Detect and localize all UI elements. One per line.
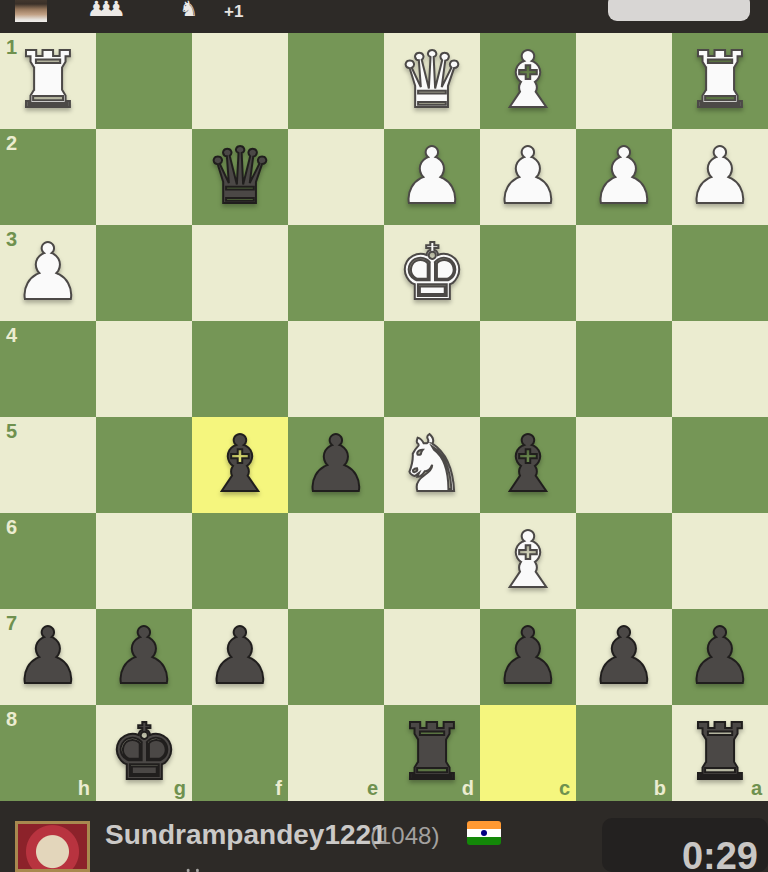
- file-label-e: e: [367, 777, 378, 800]
- bottom-player-bar: Sundrampandey1221 (1048) ♟♟ 0:29: [0, 801, 768, 872]
- piece-bP-h7[interactable]: ♟: [0, 609, 96, 705]
- square-b8[interactable]: b: [576, 705, 672, 801]
- square-f1[interactable]: [192, 33, 288, 129]
- player-username: Sundrampandey1221: [105, 819, 387, 851]
- square-c6[interactable]: ♝: [480, 513, 576, 609]
- square-b7[interactable]: ♟: [576, 609, 672, 705]
- piece-wP-h3[interactable]: ♟: [0, 225, 96, 321]
- square-d3[interactable]: ♚: [384, 225, 480, 321]
- square-a6[interactable]: [672, 513, 768, 609]
- piece-bP-c7[interactable]: ♟: [480, 609, 576, 705]
- square-f6[interactable]: [192, 513, 288, 609]
- piece-bB-c5[interactable]: ♝: [480, 417, 576, 513]
- square-g3[interactable]: [96, 225, 192, 321]
- piece-bR-a8[interactable]: ♜: [672, 705, 768, 801]
- square-d2[interactable]: ♟: [384, 129, 480, 225]
- player-clock: 0:29: [602, 818, 768, 872]
- piece-wK-d3[interactable]: ♚: [384, 225, 480, 321]
- player-avatar[interactable]: [15, 821, 90, 872]
- piece-wN-d5[interactable]: ♞: [384, 417, 480, 513]
- square-e8[interactable]: e: [288, 705, 384, 801]
- square-e2[interactable]: [288, 129, 384, 225]
- square-h3[interactable]: 3♟: [0, 225, 96, 321]
- square-c5[interactable]: ♝: [480, 417, 576, 513]
- square-f2[interactable]: ♛: [192, 129, 288, 225]
- india-flag-icon: [467, 821, 501, 845]
- square-d8[interactable]: d♜: [384, 705, 480, 801]
- player-clock-time: 0:29: [682, 835, 758, 872]
- piece-bK-g8[interactable]: ♚: [96, 705, 192, 801]
- square-c8[interactable]: c: [480, 705, 576, 801]
- square-e1[interactable]: [288, 33, 384, 129]
- chess-board[interactable]: 1♜♛♝♜2♛♟♟♟♟3♟♚45♝♟♞♝6♝7♟♟♟♟♟♟8hg♚fed♜cba…: [0, 33, 768, 801]
- piece-bP-a7[interactable]: ♟: [672, 609, 768, 705]
- rank-label-8: 8: [6, 708, 17, 731]
- player-captured-pieces-cropped: ♟♟: [180, 865, 198, 872]
- square-a2[interactable]: ♟: [672, 129, 768, 225]
- square-h2[interactable]: 2: [0, 129, 96, 225]
- square-c2[interactable]: ♟: [480, 129, 576, 225]
- square-a3[interactable]: [672, 225, 768, 321]
- rank-label-6: 6: [6, 516, 17, 539]
- square-b1[interactable]: [576, 33, 672, 129]
- rank-label-4: 4: [6, 324, 17, 347]
- piece-wB-c1[interactable]: ♝: [480, 33, 576, 129]
- square-b3[interactable]: [576, 225, 672, 321]
- square-h7[interactable]: 7♟: [0, 609, 96, 705]
- square-e5[interactable]: ♟: [288, 417, 384, 513]
- square-d1[interactable]: ♛: [384, 33, 480, 129]
- square-d6[interactable]: [384, 513, 480, 609]
- square-a4[interactable]: [672, 321, 768, 417]
- piece-wP-d2[interactable]: ♟: [384, 129, 480, 225]
- piece-bB-f5[interactable]: ♝: [192, 417, 288, 513]
- file-label-h: h: [78, 777, 90, 800]
- piece-bQ-f2[interactable]: ♛: [192, 129, 288, 225]
- player-rating: (1048): [370, 822, 439, 850]
- square-b2[interactable]: ♟: [576, 129, 672, 225]
- square-f3[interactable]: [192, 225, 288, 321]
- square-c3[interactable]: [480, 225, 576, 321]
- game-screen: ♟♟♟♞ +1 1♜♛♝♜2♛♟♟♟♟3♟♚45♝♟♞♝6♝7♟♟♟♟♟♟8hg…: [0, 0, 768, 872]
- captured-knight-icon: ♞: [179, 0, 198, 21]
- square-f4[interactable]: [192, 321, 288, 417]
- square-a7[interactable]: ♟: [672, 609, 768, 705]
- piece-bP-f7[interactable]: ♟: [192, 609, 288, 705]
- square-g6[interactable]: [96, 513, 192, 609]
- piece-wR-h1[interactable]: ♜: [0, 33, 96, 129]
- square-f7[interactable]: ♟: [192, 609, 288, 705]
- opponent-avatar[interactable]: [15, 0, 47, 22]
- piece-bR-d8[interactable]: ♜: [384, 705, 480, 801]
- piece-wP-b2[interactable]: ♟: [576, 129, 672, 225]
- piece-bP-e5[interactable]: ♟: [288, 417, 384, 513]
- square-e7[interactable]: [288, 609, 384, 705]
- square-b5[interactable]: [576, 417, 672, 513]
- square-d4[interactable]: [384, 321, 480, 417]
- file-label-b: b: [654, 777, 666, 800]
- square-e4[interactable]: [288, 321, 384, 417]
- square-h4[interactable]: 4: [0, 321, 96, 417]
- square-e3[interactable]: [288, 225, 384, 321]
- square-h6[interactable]: 6: [0, 513, 96, 609]
- square-d5[interactable]: ♞: [384, 417, 480, 513]
- square-g4[interactable]: [96, 321, 192, 417]
- square-c1[interactable]: ♝: [480, 33, 576, 129]
- square-h1[interactable]: 1♜: [0, 33, 96, 129]
- opponent-clock: [608, 0, 750, 21]
- square-b6[interactable]: [576, 513, 672, 609]
- square-b4[interactable]: [576, 321, 672, 417]
- square-h8[interactable]: 8h: [0, 705, 96, 801]
- piece-wP-c2[interactable]: ♟: [480, 129, 576, 225]
- square-a8[interactable]: a♜: [672, 705, 768, 801]
- square-c4[interactable]: [480, 321, 576, 417]
- piece-wQ-d1[interactable]: ♛: [384, 33, 480, 129]
- rank-label-5: 5: [6, 420, 17, 443]
- piece-wP-a2[interactable]: ♟: [672, 129, 768, 225]
- piece-bP-b7[interactable]: ♟: [576, 609, 672, 705]
- square-a1[interactable]: ♜: [672, 33, 768, 129]
- square-e6[interactable]: [288, 513, 384, 609]
- square-h5[interactable]: 5: [0, 417, 96, 513]
- square-g8[interactable]: g♚: [96, 705, 192, 801]
- captured-pawn-icon: ♟: [107, 0, 126, 21]
- square-g5[interactable]: [96, 417, 192, 513]
- file-label-c: c: [559, 777, 570, 800]
- captured-pieces: ♟♟♟♞: [87, 0, 198, 27]
- material-advantage: +1: [224, 2, 243, 22]
- square-a5[interactable]: [672, 417, 768, 513]
- square-d7[interactable]: [384, 609, 480, 705]
- piece-bP-g7[interactable]: ♟: [96, 609, 192, 705]
- piece-wB-c6[interactable]: ♝: [480, 513, 576, 609]
- square-g7[interactable]: ♟: [96, 609, 192, 705]
- square-g1[interactable]: [96, 33, 192, 129]
- rank-label-2: 2: [6, 132, 17, 155]
- file-label-f: f: [275, 777, 282, 800]
- square-g2[interactable]: [96, 129, 192, 225]
- square-f8[interactable]: f: [192, 705, 288, 801]
- square-c7[interactable]: ♟: [480, 609, 576, 705]
- piece-wR-a1[interactable]: ♜: [672, 33, 768, 129]
- top-player-bar: ♟♟♟♞ +1: [0, 0, 768, 33]
- square-f5[interactable]: ♝: [192, 417, 288, 513]
